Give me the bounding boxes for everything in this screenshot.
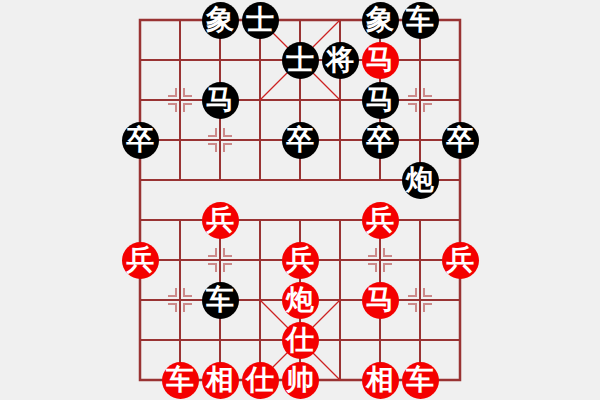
board-grid[interactable]: 象士象车士将马马马卒卒卒卒炮兵兵兵兵兵车炮马仕车相仕帅相车 bbox=[120, 0, 480, 400]
piece-red-advisor[interactable]: 仕 bbox=[282, 322, 319, 359]
piece-black-horse[interactable]: 马 bbox=[362, 82, 399, 119]
piece-red-soldier[interactable]: 兵 bbox=[202, 202, 239, 239]
piece-black-elephant[interactable]: 象 bbox=[362, 2, 399, 39]
piece-red-soldier[interactable]: 兵 bbox=[442, 242, 479, 279]
piece-red-horse[interactable]: 马 bbox=[362, 42, 399, 79]
piece-red-chariot[interactable]: 车 bbox=[162, 362, 199, 399]
piece-red-soldier[interactable]: 兵 bbox=[362, 202, 399, 239]
piece-black-advisor[interactable]: 士 bbox=[282, 42, 319, 79]
piece-black-general[interactable]: 将 bbox=[322, 42, 359, 79]
piece-red-horse[interactable]: 马 bbox=[362, 282, 399, 319]
piece-black-cannon[interactable]: 炮 bbox=[402, 162, 439, 199]
piece-black-elephant[interactable]: 象 bbox=[202, 2, 239, 39]
piece-black-chariot[interactable]: 车 bbox=[402, 2, 439, 39]
piece-black-advisor[interactable]: 士 bbox=[242, 2, 279, 39]
piece-red-cannon[interactable]: 炮 bbox=[282, 282, 319, 319]
piece-black-soldier[interactable]: 卒 bbox=[282, 122, 319, 159]
xiangqi-board: 象士象车士将马马马卒卒卒卒炮兵兵兵兵兵车炮马仕车相仕帅相车 bbox=[0, 0, 600, 400]
piece-black-soldier[interactable]: 卒 bbox=[122, 122, 159, 159]
piece-red-elephant[interactable]: 相 bbox=[202, 362, 239, 399]
piece-red-soldier[interactable]: 兵 bbox=[282, 242, 319, 279]
piece-red-soldier[interactable]: 兵 bbox=[122, 242, 159, 279]
piece-red-advisor[interactable]: 仕 bbox=[242, 362, 279, 399]
piece-red-chariot[interactable]: 车 bbox=[402, 362, 439, 399]
piece-black-horse[interactable]: 马 bbox=[202, 82, 239, 119]
piece-red-general[interactable]: 帅 bbox=[282, 362, 319, 399]
piece-black-soldier[interactable]: 卒 bbox=[362, 122, 399, 159]
piece-red-elephant[interactable]: 相 bbox=[362, 362, 399, 399]
piece-black-soldier[interactable]: 卒 bbox=[442, 122, 479, 159]
piece-black-chariot[interactable]: 车 bbox=[202, 282, 239, 319]
